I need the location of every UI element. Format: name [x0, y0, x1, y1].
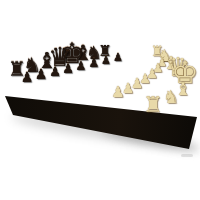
- square-b5: [27, 74, 40, 78]
- square-a2: [11, 86, 23, 91]
- square-a1: [9, 90, 21, 95]
- square-g3: [104, 82, 132, 89]
- square-d6: [52, 68, 68, 73]
- square-e8: [70, 57, 88, 63]
- square-f1: [79, 94, 104, 103]
- board-edge-face: [0, 0, 200, 200]
- white-pawn-piece: ♟: [139, 72, 151, 85]
- file-label-e: e: [66, 100, 70, 102]
- square-h5: [132, 68, 166, 76]
- rank-label-6: 6: [171, 62, 179, 65]
- square-b3: [23, 82, 36, 86]
- rank-label-8: 8: [169, 49, 176, 52]
- square-a4: [15, 78, 27, 82]
- square-c2: [32, 87, 47, 92]
- square-h1: [132, 97, 171, 109]
- square-g6: [106, 63, 132, 70]
- square-g4: [105, 76, 133, 83]
- square-d2: [45, 87, 62, 93]
- black-pawn-piece: ♟: [35, 67, 48, 81]
- square-b6: [28, 70, 41, 75]
- square-a6: [19, 71, 30, 75]
- square-g2: [103, 89, 132, 98]
- file-label-g: g: [113, 105, 119, 108]
- square-d5: [51, 72, 68, 77]
- file-label-b: b: [22, 96, 25, 98]
- square-e7: [68, 62, 86, 68]
- file-label-d: d: [49, 99, 53, 101]
- square-e4: [64, 77, 83, 83]
- white-pawn-piece: ♟: [157, 57, 167, 68]
- square-h7: [132, 55, 164, 64]
- black-rook-piece: ♜: [8, 59, 26, 79]
- square-d4: [49, 77, 66, 82]
- square-d1: [43, 92, 61, 99]
- square-f2: [80, 88, 104, 96]
- square-g1: [102, 96, 132, 106]
- black-rook-piece: ♜: [98, 44, 111, 59]
- black-pawn-piece: ♟: [49, 65, 61, 78]
- white-pawn-piece: ♟: [111, 85, 124, 100]
- file-label-f: f: [88, 103, 91, 106]
- black-pawn-piece: ♟: [113, 52, 123, 63]
- white-pawn-piece: ♟: [122, 81, 135, 95]
- black-knight-piece: ♞: [86, 44, 102, 62]
- square-f5: [84, 71, 106, 77]
- white-knight-piece: ♞: [163, 88, 179, 106]
- square-c4: [36, 78, 51, 83]
- square-b7: [30, 66, 43, 71]
- black-bishop-piece: ♝: [37, 50, 57, 72]
- black-king-piece: ♚: [59, 40, 84, 68]
- white-pawn-piece: ♟: [146, 67, 158, 80]
- black-bishop-piece: ♝: [74, 43, 93, 64]
- square-g7: [107, 58, 132, 66]
- white-pawn-piece: ♟: [153, 62, 164, 74]
- square-e2: [61, 88, 81, 95]
- square-b1: [19, 91, 32, 97]
- rank-label-2: 2: [178, 94, 188, 97]
- file-label-c: c: [34, 97, 37, 99]
- white-queen-piece: ♛: [166, 54, 189, 80]
- square-f6: [85, 65, 107, 72]
- square-f8: [87, 55, 108, 62]
- square-g8: [107, 52, 132, 60]
- square-e1: [59, 93, 80, 101]
- square-d8: [55, 59, 71, 65]
- watermark: [181, 154, 193, 157]
- square-c1: [30, 91, 45, 97]
- square-a5: [17, 74, 29, 78]
- square-b2: [21, 86, 34, 91]
- square-f3: [81, 82, 104, 89]
- square-a3: [13, 82, 25, 86]
- square-c7: [41, 65, 55, 70]
- black-pawn-piece: ♟: [21, 70, 34, 84]
- white-pawn-piece: ♟: [131, 76, 144, 90]
- black-pawn-piece: ♟: [101, 55, 111, 66]
- white-bishop-piece: ♝: [175, 80, 191, 98]
- square-b8: [32, 62, 44, 67]
- black-pawn-piece: ♟: [76, 60, 87, 72]
- black-pawn-piece: ♟: [62, 62, 74, 75]
- black-queen-piece: ♛: [48, 44, 71, 70]
- square-d7: [54, 63, 70, 68]
- square-a8: [22, 64, 33, 68]
- square-d3: [47, 82, 64, 87]
- white-king-piece: ♚: [172, 58, 199, 88]
- square-g5: [105, 69, 132, 76]
- square-c5: [38, 73, 53, 78]
- square-h3: [132, 82, 168, 90]
- square-c3: [34, 82, 49, 87]
- white-pawn-piece: ♟: [160, 52, 170, 63]
- square-a7: [21, 67, 32, 71]
- rank-label-3: 3: [176, 85, 185, 88]
- black-knight-piece: ♞: [23, 55, 41, 75]
- rank-label-7: 7: [170, 55, 178, 58]
- rank-label-4: 4: [174, 77, 183, 80]
- square-h4: [132, 75, 167, 83]
- square-b4: [25, 78, 38, 82]
- file-label-h: h: [147, 108, 155, 112]
- square-f4: [82, 76, 105, 82]
- white-rook-piece: ♜: [151, 44, 164, 58]
- square-c6: [39, 69, 53, 74]
- square-c8: [43, 61, 57, 66]
- square-e6: [67, 67, 86, 73]
- white-bishop-piece: ♝: [163, 54, 179, 72]
- square-h2: [132, 90, 170, 100]
- square-e3: [63, 82, 83, 88]
- square-e5: [66, 72, 85, 78]
- product-photo-scene: abcdefgh87654321 ♜♞♝♛♚♝♞♜♟♟♟♟♟♟♟♟♜♞♝♛♚♝♞…: [0, 0, 200, 200]
- square-h8: [132, 49, 163, 58]
- file-label-a: a: [12, 95, 15, 97]
- white-knight-piece: ♞: [158, 48, 172, 64]
- rank-label-5: 5: [173, 69, 181, 72]
- rank-label-1: 1: [180, 104, 190, 108]
- square-h6: [132, 61, 165, 69]
- black-pawn-piece: ♟: [89, 57, 100, 69]
- square-f7: [86, 60, 107, 67]
